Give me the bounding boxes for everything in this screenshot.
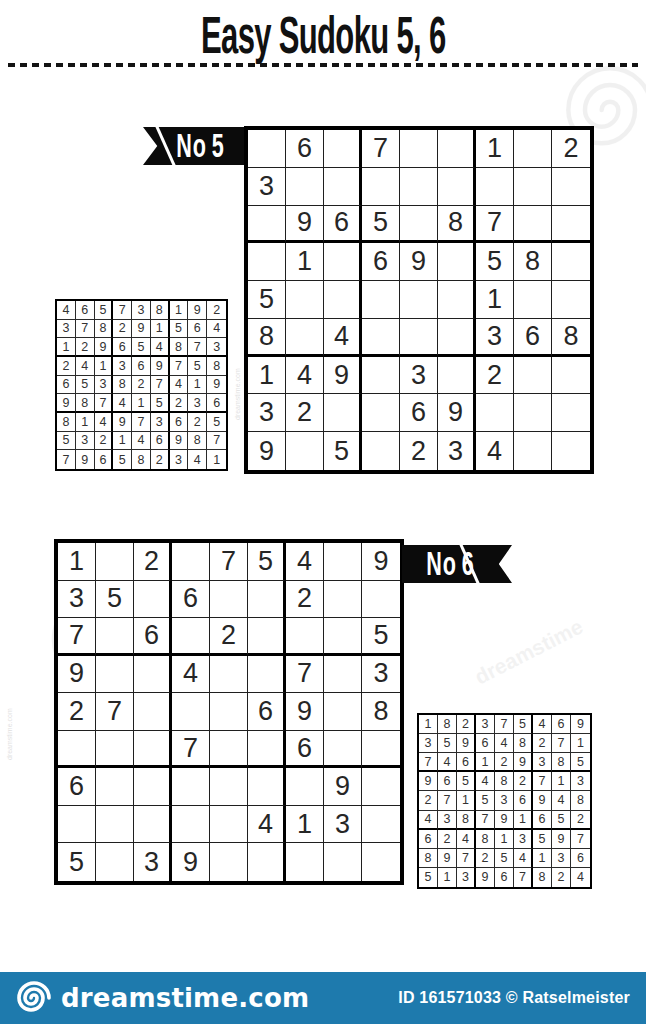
sudoku-cell-r5c1[interactable]: 5: [248, 281, 286, 319]
sudoku-cell-r1c5[interactable]: [400, 130, 438, 168]
sudoku-cell-r8c7[interactable]: 1: [286, 806, 324, 844]
sudoku-cell-r7c6: 3: [514, 830, 533, 849]
sudoku-cell-r7c9[interactable]: [362, 768, 400, 806]
sudoku-cell-r7c9: 7: [571, 830, 590, 849]
sudoku-cell-r2c6: 1: [151, 320, 170, 339]
sudoku-cell-r4c1[interactable]: 9: [58, 656, 96, 694]
sudoku-cell-r6c3[interactable]: [134, 731, 172, 769]
sudoku-cell-r7c7[interactable]: [286, 768, 324, 806]
sudoku-cell-r1c3[interactable]: 2: [134, 543, 172, 581]
sudoku-cell-r6c5: 1: [132, 394, 151, 413]
sudoku-cell-r5c2: 5: [76, 376, 95, 395]
sudoku-cell-r9c8[interactable]: [324, 843, 362, 881]
sudoku-cell-r9c8: 4: [188, 450, 207, 469]
sudoku-cell-r7c1: 8: [57, 413, 76, 432]
sudoku-cell-r6c1[interactable]: 8: [248, 319, 286, 357]
watermark-text: dreamstime: [471, 615, 587, 690]
sudoku-cell-r9c4[interactable]: [362, 432, 400, 470]
sudoku-cell-r6c3: 8: [457, 811, 476, 830]
sudoku-cell-r5c1[interactable]: 2: [58, 693, 96, 731]
sudoku-cell-r7c4[interactable]: [362, 357, 400, 395]
sudoku-cell-r1c3: 2: [457, 715, 476, 734]
sudoku-cell-r4c6[interactable]: [438, 243, 476, 281]
sudoku-cell-r4c4: 4: [476, 772, 495, 791]
sudoku-cell-r1c3: 5: [95, 301, 114, 320]
sudoku-cell-r7c2[interactable]: [96, 768, 134, 806]
puzzle-5-label-ribbon: No 5: [143, 127, 245, 165]
sudoku-cell-r3c7[interactable]: [286, 618, 324, 656]
sudoku-cell-r2c9[interactable]: [552, 168, 590, 206]
brand-text: dreamstime.com: [61, 983, 309, 1013]
sudoku-cell-r1c8[interactable]: [514, 130, 552, 168]
sudoku-cell-r2c1[interactable]: 3: [58, 581, 96, 619]
sudoku-cell-r8c6: 4: [514, 849, 533, 868]
sudoku-cell-r6c6: 1: [514, 811, 533, 830]
sudoku-cell-r1c4[interactable]: 7: [362, 130, 400, 168]
sudoku-cell-r3c2: 4: [438, 753, 457, 772]
sudoku-cell-r1c1[interactable]: [248, 130, 286, 168]
sudoku-cell-r3c1[interactable]: 7: [58, 618, 96, 656]
sudoku-cell-r5c4[interactable]: [362, 281, 400, 319]
sudoku-cell-r2c2[interactable]: 5: [96, 581, 134, 619]
sudoku-cell-r3c4[interactable]: [172, 618, 210, 656]
sudoku-cell-r3c5[interactable]: 2: [210, 618, 248, 656]
sudoku-cell-r3c6[interactable]: 8: [438, 206, 476, 244]
sudoku-cell-r2c7[interactable]: [476, 168, 514, 206]
sudoku-cell-r5c7[interactable]: 1: [476, 281, 514, 319]
sudoku-cell-r3c9: 5: [571, 753, 590, 772]
sudoku-cell-r2c8[interactable]: [324, 581, 362, 619]
dreamstime-spiral-logo-icon: [16, 980, 52, 1016]
sudoku-cell-r2c3[interactable]: [324, 168, 362, 206]
sudoku-cell-r5c8[interactable]: [514, 281, 552, 319]
sudoku-cell-r6c9: 2: [571, 811, 590, 830]
sudoku-cell-r3c4: 6: [113, 338, 132, 357]
sudoku-cell-r4c8[interactable]: 8: [514, 243, 552, 281]
sudoku-cell-r9c2[interactable]: [286, 432, 324, 470]
sudoku-cell-r3c6: 4: [151, 338, 170, 357]
sudoku-cell-r4c2[interactable]: 1: [286, 243, 324, 281]
sudoku-cell-r6c2[interactable]: [96, 731, 134, 769]
sudoku-cell-r8c4: 1: [113, 432, 132, 451]
sudoku-cell-r3c8[interactable]: [324, 618, 362, 656]
sudoku-cell-r5c6: 6: [514, 791, 533, 810]
sudoku-cell-r5c8[interactable]: [324, 693, 362, 731]
sudoku-cell-r6c2: 8: [76, 394, 95, 413]
sudoku-cell-r5c7: 9: [533, 791, 552, 810]
sudoku-cell-r3c9[interactable]: [552, 206, 590, 244]
sudoku-cell-r6c7[interactable]: 6: [286, 731, 324, 769]
sudoku-cell-r6c4: 7: [476, 811, 495, 830]
sudoku-cell-r8c3[interactable]: [134, 806, 172, 844]
sudoku-cell-r4c9[interactable]: [552, 243, 590, 281]
solution-6-grid: 1823754693596482717461293859654827132715…: [417, 713, 592, 889]
sudoku-cell-r7c3: 4: [95, 413, 114, 432]
sudoku-cell-r3c9: 3: [207, 338, 226, 357]
sudoku-cell-r6c5[interactable]: [400, 319, 438, 357]
sudoku-cell-r7c3: 4: [457, 830, 476, 849]
puzzle-6-grid: 127549356276259473276987669413539: [54, 539, 404, 885]
sudoku-cell-r4c6[interactable]: [248, 656, 286, 694]
sudoku-cell-r9c5[interactable]: 2: [400, 432, 438, 470]
sudoku-cell-r4c2: 6: [438, 772, 457, 791]
puzzle-5-label: No 5: [176, 128, 224, 165]
sudoku-cell-r5c3[interactable]: [134, 693, 172, 731]
sudoku-cell-r4c7: 7: [170, 357, 189, 376]
sudoku-cell-r3c3: 9: [95, 338, 114, 357]
sudoku-cell-r6c6[interactable]: [248, 731, 286, 769]
sudoku-cell-r4c9[interactable]: 3: [362, 656, 400, 694]
sudoku-cell-r2c1: 3: [419, 734, 438, 753]
sudoku-cell-r1c5: 7: [495, 715, 514, 734]
sudoku-cell-r9c3[interactable]: 5: [324, 432, 362, 470]
sudoku-cell-r9c3: 3: [457, 868, 476, 887]
sudoku-cell-r9c4[interactable]: 9: [172, 843, 210, 881]
watermark-micro-text: dreamstime.com: [234, 368, 241, 420]
sudoku-cell-r8c3: 7: [457, 849, 476, 868]
sudoku-cell-r4c5: 8: [495, 772, 514, 791]
sudoku-cell-r4c1: 2: [57, 357, 76, 376]
stock-image-page: dreamstime dreamstime dreamstime dreamst…: [0, 0, 646, 1024]
sudoku-cell-r2c3: 8: [95, 320, 114, 339]
sudoku-cell-r8c6: 6: [151, 432, 170, 451]
sudoku-cell-r1c5[interactable]: 7: [210, 543, 248, 581]
sudoku-cell-r9c6[interactable]: 3: [438, 432, 476, 470]
sudoku-cell-r6c6[interactable]: [438, 319, 476, 357]
sudoku-cell-r2c6[interactable]: [248, 581, 286, 619]
sudoku-cell-r2c4: 2: [113, 320, 132, 339]
sudoku-cell-r3c3: 6: [457, 753, 476, 772]
sudoku-cell-r1c4[interactable]: [172, 543, 210, 581]
sudoku-cell-r1c9[interactable]: 9: [362, 543, 400, 581]
footer-bar: dreamstime.com ID 161571033 © Ratselmeis…: [0, 972, 646, 1024]
sudoku-cell-r7c3[interactable]: [134, 768, 172, 806]
sudoku-cell-r3c8[interactable]: [514, 206, 552, 244]
sudoku-cell-r6c9[interactable]: 8: [552, 319, 590, 357]
sudoku-cell-r8c1[interactable]: [58, 806, 96, 844]
sudoku-cell-r5c1: 6: [57, 376, 76, 395]
sudoku-cell-r5c6[interactable]: 6: [248, 693, 286, 731]
sudoku-cell-r2c4[interactable]: 6: [172, 581, 210, 619]
puzzle-5-grid: 671239658716958518436814932326995234: [244, 126, 594, 474]
sudoku-cell-r4c3[interactable]: [134, 656, 172, 694]
sudoku-cell-r9c5: 6: [495, 868, 514, 887]
sudoku-cell-r8c3: 2: [95, 432, 114, 451]
sudoku-cell-r1c4: 3: [476, 715, 495, 734]
sudoku-cell-r7c8[interactable]: [514, 357, 552, 395]
sudoku-cell-r6c7: 2: [170, 394, 189, 413]
sudoku-cell-r4c5[interactable]: 9: [400, 243, 438, 281]
sudoku-cell-r2c5: 9: [132, 320, 151, 339]
sudoku-cell-r3c6: 9: [514, 753, 533, 772]
sudoku-cell-r9c3: 6: [95, 450, 114, 469]
sudoku-cell-r5c5[interactable]: [400, 281, 438, 319]
sudoku-cell-r8c4[interactable]: [172, 806, 210, 844]
sudoku-cell-r5c9[interactable]: [552, 281, 590, 319]
sudoku-cell-r1c8: 9: [188, 301, 207, 320]
sudoku-cell-r8c6[interactable]: 9: [438, 394, 476, 432]
sudoku-cell-r8c9: 6: [571, 849, 590, 868]
sudoku-cell-r1c9[interactable]: 2: [552, 130, 590, 168]
sudoku-cell-r9c4: 5: [113, 450, 132, 469]
sudoku-cell-r5c2[interactable]: [286, 281, 324, 319]
sudoku-cell-r9c3[interactable]: 3: [134, 843, 172, 881]
sudoku-cell-r6c2: 3: [438, 811, 457, 830]
sudoku-cell-r4c8[interactable]: [324, 656, 362, 694]
sudoku-cell-r9c1[interactable]: 9: [248, 432, 286, 470]
sudoku-cell-r6c4[interactable]: 7: [172, 731, 210, 769]
sudoku-cell-r2c2: 5: [438, 734, 457, 753]
sudoku-cell-r9c6[interactable]: [248, 843, 286, 881]
sudoku-cell-r4c7[interactable]: 5: [476, 243, 514, 281]
sudoku-cell-r1c7[interactable]: 1: [476, 130, 514, 168]
sudoku-cell-r4c4[interactable]: 6: [362, 243, 400, 281]
sudoku-cell-r7c1: 6: [419, 830, 438, 849]
sudoku-cell-r7c5[interactable]: [210, 768, 248, 806]
sudoku-cell-r5c5[interactable]: [210, 693, 248, 731]
sudoku-cell-r9c1[interactable]: 5: [58, 843, 96, 881]
sudoku-cell-r6c5: 9: [495, 811, 514, 830]
sudoku-cell-r3c7[interactable]: 7: [476, 206, 514, 244]
sudoku-cell-r2c8[interactable]: [514, 168, 552, 206]
solution-5-grid: 4657381923782915641296548732413697586538…: [55, 299, 228, 471]
sudoku-cell-r5c4[interactable]: [172, 693, 210, 731]
sudoku-cell-r1c5: 3: [132, 301, 151, 320]
sudoku-cell-r2c3[interactable]: [134, 581, 172, 619]
sudoku-cell-r1c7[interactable]: 4: [286, 543, 324, 581]
sudoku-cell-r4c4[interactable]: 4: [172, 656, 210, 694]
sudoku-cell-r4c7[interactable]: 7: [286, 656, 324, 694]
sudoku-cell-r9c2: 9: [76, 450, 95, 469]
sudoku-cell-r4c8: 1: [552, 772, 571, 791]
sudoku-cell-r3c3[interactable]: 6: [324, 206, 362, 244]
sudoku-cell-r2c7: 5: [170, 320, 189, 339]
sudoku-cell-r8c4[interactable]: [362, 394, 400, 432]
sudoku-cell-r6c8[interactable]: 6: [514, 319, 552, 357]
sudoku-cell-r2c7: 2: [533, 734, 552, 753]
sudoku-cell-r2c6[interactable]: [438, 168, 476, 206]
sudoku-cell-r2c7[interactable]: 2: [286, 581, 324, 619]
sudoku-cell-r6c8: 5: [552, 811, 571, 830]
sudoku-cell-r4c3[interactable]: [324, 243, 362, 281]
sudoku-cell-r1c6[interactable]: 5: [248, 543, 286, 581]
sudoku-cell-r2c8: 7: [552, 734, 571, 753]
sudoku-cell-r3c5: 2: [495, 753, 514, 772]
sudoku-cell-r1c9: 9: [571, 715, 590, 734]
sudoku-cell-r6c5[interactable]: [210, 731, 248, 769]
sudoku-cell-r7c5[interactable]: 3: [400, 357, 438, 395]
sudoku-cell-r5c4: 8: [113, 376, 132, 395]
sudoku-cell-r2c5[interactable]: [400, 168, 438, 206]
sudoku-cell-r8c7: 1: [533, 849, 552, 868]
sudoku-cell-r7c4[interactable]: [172, 768, 210, 806]
puzzle-6-label: No 6: [426, 546, 474, 583]
sudoku-cell-r7c6: 3: [151, 413, 170, 432]
sudoku-cell-r4c9: 3: [571, 772, 590, 791]
dreamstime-brand: dreamstime.com: [16, 980, 309, 1016]
sudoku-cell-r1c2: 6: [76, 301, 95, 320]
sudoku-cell-r8c8: 8: [188, 432, 207, 451]
sudoku-cell-r2c5[interactable]: [210, 581, 248, 619]
sudoku-cell-r9c6: 2: [151, 450, 170, 469]
sudoku-cell-r8c6[interactable]: 4: [248, 806, 286, 844]
sudoku-cell-r1c4: 7: [113, 301, 132, 320]
sudoku-cell-r6c3[interactable]: 4: [324, 319, 362, 357]
sudoku-cell-r1c6[interactable]: [438, 130, 476, 168]
sudoku-cell-r4c4: 3: [113, 357, 132, 376]
sudoku-cell-r9c7[interactable]: 4: [476, 432, 514, 470]
sudoku-cell-r8c8[interactable]: [514, 394, 552, 432]
sudoku-cell-r5c3: 1: [457, 791, 476, 810]
sudoku-cell-r8c9[interactable]: [362, 806, 400, 844]
sudoku-cell-r4c1[interactable]: [248, 243, 286, 281]
sudoku-cell-r7c1[interactable]: 1: [248, 357, 286, 395]
sudoku-cell-r9c7: 8: [533, 868, 552, 887]
sudoku-cell-r6c9: 6: [207, 394, 226, 413]
image-credit: ID 161571033 © Ratselmeister: [398, 989, 630, 1007]
sudoku-cell-r7c6[interactable]: [248, 768, 286, 806]
sudoku-cell-r6c4[interactable]: [362, 319, 400, 357]
puzzle-6-label-ribbon: No 6: [402, 545, 512, 583]
sudoku-cell-r8c1[interactable]: 3: [248, 394, 286, 432]
sudoku-cell-r3c2: 2: [76, 338, 95, 357]
sudoku-cell-r9c2[interactable]: [96, 843, 134, 881]
sudoku-cell-r3c2[interactable]: [96, 618, 134, 656]
sudoku-cell-r8c9[interactable]: [552, 394, 590, 432]
sudoku-cell-r2c2[interactable]: [286, 168, 324, 206]
sudoku-cell-r2c4[interactable]: [362, 168, 400, 206]
sudoku-cell-r1c8[interactable]: [324, 543, 362, 581]
sudoku-cell-r2c3: 9: [457, 734, 476, 753]
sudoku-cell-r6c2[interactable]: [286, 319, 324, 357]
sudoku-cell-r3c1: 7: [419, 753, 438, 772]
sudoku-cell-r7c2: 1: [76, 413, 95, 432]
sudoku-cell-r3c3[interactable]: 6: [134, 618, 172, 656]
sudoku-cell-r9c7[interactable]: [286, 843, 324, 881]
sudoku-cell-r5c6[interactable]: [438, 281, 476, 319]
sudoku-cell-r8c5: 4: [132, 432, 151, 451]
sudoku-cell-r1c2[interactable]: 6: [286, 130, 324, 168]
sudoku-cell-r7c8[interactable]: 9: [324, 768, 362, 806]
sudoku-cell-r3c9[interactable]: 5: [362, 618, 400, 656]
sudoku-cell-r8c9: 7: [207, 432, 226, 451]
sudoku-cell-r8c7[interactable]: [476, 394, 514, 432]
sudoku-cell-r6c7[interactable]: 3: [476, 319, 514, 357]
dotted-divider: [8, 63, 638, 67]
sudoku-cell-r5c2[interactable]: 7: [96, 693, 134, 731]
sudoku-cell-r9c8: 2: [552, 868, 571, 887]
sudoku-cell-r7c4: 9: [113, 413, 132, 432]
sudoku-cell-r3c7: 3: [533, 753, 552, 772]
sudoku-cell-r5c6: 7: [151, 376, 170, 395]
sudoku-cell-r5c9: 9: [207, 376, 226, 395]
sudoku-cell-r1c7: 4: [533, 715, 552, 734]
sudoku-cell-r6c3: 7: [95, 394, 114, 413]
sudoku-cell-r1c3[interactable]: [324, 130, 362, 168]
sudoku-cell-r8c5[interactable]: 6: [400, 394, 438, 432]
sudoku-cell-r8c1: 8: [419, 849, 438, 868]
sudoku-cell-r1c7: 1: [170, 301, 189, 320]
sudoku-cell-r4c7: 7: [533, 772, 552, 791]
sudoku-cell-r8c8[interactable]: 3: [324, 806, 362, 844]
sudoku-cell-r8c2: 9: [438, 849, 457, 868]
sudoku-cell-r3c5: 5: [132, 338, 151, 357]
sudoku-cell-r6c9[interactable]: [362, 731, 400, 769]
sudoku-cell-r5c7[interactable]: 9: [286, 693, 324, 731]
sudoku-cell-r3c6[interactable]: [248, 618, 286, 656]
sudoku-cell-r9c2: 1: [438, 868, 457, 887]
sudoku-cell-r6c8[interactable]: [324, 731, 362, 769]
sudoku-cell-r8c7: 9: [170, 432, 189, 451]
sudoku-cell-r2c1: 3: [57, 320, 76, 339]
sudoku-cell-r9c8[interactable]: [514, 432, 552, 470]
sudoku-cell-r4c5: 6: [132, 357, 151, 376]
sudoku-cell-r3c1[interactable]: [248, 206, 286, 244]
sudoku-cell-r9c5[interactable]: [210, 843, 248, 881]
sudoku-cell-r7c9[interactable]: [552, 357, 590, 395]
sudoku-cell-r2c9: 4: [207, 320, 226, 339]
sudoku-cell-r4c3: 5: [457, 772, 476, 791]
sudoku-cell-r3c1: 1: [57, 338, 76, 357]
sudoku-cell-r4c6: 2: [514, 772, 533, 791]
sudoku-cell-r1c2[interactable]: [96, 543, 134, 581]
sudoku-cell-r7c6[interactable]: [438, 357, 476, 395]
sudoku-cell-r5c5: 2: [132, 376, 151, 395]
sudoku-cell-r5c8: 4: [552, 791, 571, 810]
sudoku-cell-r4c6: 9: [151, 357, 170, 376]
sudoku-cell-r7c1[interactable]: 6: [58, 768, 96, 806]
sudoku-cell-r6c1: 4: [419, 811, 438, 830]
sudoku-cell-r6c1[interactable]: [58, 731, 96, 769]
sudoku-cell-r3c4[interactable]: 5: [362, 206, 400, 244]
sudoku-cell-r5c1: 2: [419, 791, 438, 810]
sudoku-cell-r6c8: 3: [188, 394, 207, 413]
sudoku-cell-r3c7: 8: [170, 338, 189, 357]
sudoku-cell-r2c9: 1: [571, 734, 590, 753]
sudoku-cell-r4c5[interactable]: [210, 656, 248, 694]
sudoku-cell-r9c4: 9: [476, 868, 495, 887]
sudoku-cell-r9c1: 5: [419, 868, 438, 887]
sudoku-cell-r1c2: 8: [438, 715, 457, 734]
sudoku-cell-r7c8: 2: [188, 413, 207, 432]
sudoku-cell-r8c2[interactable]: 2: [286, 394, 324, 432]
sudoku-cell-r8c2[interactable]: [96, 806, 134, 844]
sudoku-cell-r9c9: 1: [207, 450, 226, 469]
sudoku-cell-r2c4: 6: [476, 734, 495, 753]
sudoku-cell-r8c3[interactable]: [324, 394, 362, 432]
sudoku-cell-r2c1[interactable]: 3: [248, 168, 286, 206]
sudoku-cell-r7c4: 8: [476, 830, 495, 849]
sudoku-cell-r9c7: 3: [170, 450, 189, 469]
sudoku-cell-r9c9[interactable]: [362, 843, 400, 881]
sudoku-cell-r6c6: 5: [151, 394, 170, 413]
sudoku-cell-r7c7[interactable]: 2: [476, 357, 514, 395]
sudoku-cell-r5c3[interactable]: [324, 281, 362, 319]
sudoku-cell-r9c9[interactable]: [552, 432, 590, 470]
sudoku-cell-r4c2[interactable]: [96, 656, 134, 694]
sudoku-cell-r2c5: 4: [495, 734, 514, 753]
sudoku-cell-r2c9[interactable]: [362, 581, 400, 619]
sudoku-cell-r1c1[interactable]: 1: [58, 543, 96, 581]
sudoku-cell-r1c1: 1: [419, 715, 438, 734]
sudoku-cell-r1c6: 5: [514, 715, 533, 734]
sudoku-cell-r7c3[interactable]: 9: [324, 357, 362, 395]
sudoku-cell-r3c5[interactable]: [400, 206, 438, 244]
sudoku-cell-r8c5[interactable]: [210, 806, 248, 844]
sudoku-cell-r3c2[interactable]: 9: [286, 206, 324, 244]
sudoku-cell-r5c9[interactable]: 8: [362, 693, 400, 731]
sudoku-cell-r7c2[interactable]: 4: [286, 357, 324, 395]
